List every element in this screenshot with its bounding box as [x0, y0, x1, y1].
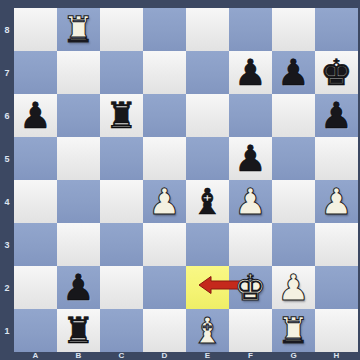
rank-label-8: 8	[0, 25, 14, 35]
square-f3[interactable]	[229, 223, 272, 266]
square-e4[interactable]: ♝	[186, 180, 229, 223]
rank-label-6: 6	[0, 111, 14, 121]
square-f7[interactable]: ♟	[229, 51, 272, 94]
square-b8[interactable]: ♜	[57, 8, 100, 51]
rank-label-7: 7	[0, 68, 14, 78]
square-a6[interactable]: ♟	[14, 94, 57, 137]
square-h8[interactable]	[315, 8, 358, 51]
square-c2[interactable]	[100, 266, 143, 309]
square-a8[interactable]	[14, 8, 57, 51]
square-d3[interactable]	[143, 223, 186, 266]
square-a5[interactable]	[14, 137, 57, 180]
square-c4[interactable]	[100, 180, 143, 223]
square-c7[interactable]	[100, 51, 143, 94]
file-label-b: B	[57, 351, 100, 360]
square-d6[interactable]	[143, 94, 186, 137]
square-a2[interactable]	[14, 266, 57, 309]
square-b1[interactable]: ♜	[57, 309, 100, 352]
square-a4[interactable]	[14, 180, 57, 223]
square-h4[interactable]: ♟	[315, 180, 358, 223]
square-b6[interactable]	[57, 94, 100, 137]
square-c8[interactable]	[100, 8, 143, 51]
square-d2[interactable]	[143, 266, 186, 309]
square-c3[interactable]	[100, 223, 143, 266]
square-g8[interactable]	[272, 8, 315, 51]
square-g5[interactable]	[272, 137, 315, 180]
square-c6[interactable]: ♜	[100, 94, 143, 137]
square-g1[interactable]: ♜	[272, 309, 315, 352]
piece-white-king[interactable]: ♚	[229, 266, 272, 309]
chessboard-widget: ♜♟♟♚♟♜♟♟♟♝♟♟♟♚♟♜♝♜ 87654321ABCDEFGH	[0, 0, 360, 360]
square-d5[interactable]	[143, 137, 186, 180]
square-h1[interactable]	[315, 309, 358, 352]
piece-black-pawn[interactable]: ♟	[272, 51, 315, 94]
piece-white-pawn[interactable]: ♟	[143, 180, 186, 223]
file-label-a: A	[14, 351, 57, 360]
file-label-e: E	[186, 351, 229, 360]
piece-black-rook[interactable]: ♜	[57, 309, 100, 352]
square-f4[interactable]: ♟	[229, 180, 272, 223]
square-g4[interactable]	[272, 180, 315, 223]
rank-label-5: 5	[0, 154, 14, 164]
piece-black-pawn[interactable]: ♟	[229, 51, 272, 94]
square-h3[interactable]	[315, 223, 358, 266]
piece-white-pawn[interactable]: ♟	[272, 266, 315, 309]
piece-white-rook[interactable]: ♜	[57, 8, 100, 51]
rank-label-3: 3	[0, 240, 14, 250]
file-label-d: D	[143, 351, 186, 360]
square-e2[interactable]	[186, 266, 229, 309]
square-f6[interactable]	[229, 94, 272, 137]
piece-black-king[interactable]: ♚	[315, 51, 358, 94]
piece-white-pawn[interactable]: ♟	[315, 180, 358, 223]
square-b5[interactable]	[57, 137, 100, 180]
piece-black-bishop[interactable]: ♝	[186, 180, 229, 223]
square-h5[interactable]	[315, 137, 358, 180]
piece-white-rook[interactable]: ♜	[272, 309, 315, 352]
square-e8[interactable]	[186, 8, 229, 51]
square-e7[interactable]	[186, 51, 229, 94]
square-f2[interactable]: ♚	[229, 266, 272, 309]
square-e5[interactable]	[186, 137, 229, 180]
piece-black-pawn[interactable]: ♟	[57, 266, 100, 309]
square-e6[interactable]	[186, 94, 229, 137]
square-g2[interactable]: ♟	[272, 266, 315, 309]
square-g3[interactable]	[272, 223, 315, 266]
square-a7[interactable]	[14, 51, 57, 94]
piece-black-pawn[interactable]: ♟	[315, 94, 358, 137]
square-b4[interactable]	[57, 180, 100, 223]
piece-white-pawn[interactable]: ♟	[229, 180, 272, 223]
square-d1[interactable]	[143, 309, 186, 352]
square-c1[interactable]	[100, 309, 143, 352]
square-g6[interactable]	[272, 94, 315, 137]
rank-label-1: 1	[0, 326, 14, 336]
piece-black-pawn[interactable]: ♟	[229, 137, 272, 180]
square-b3[interactable]	[57, 223, 100, 266]
square-d7[interactable]	[143, 51, 186, 94]
piece-black-rook[interactable]: ♜	[100, 94, 143, 137]
file-label-g: G	[272, 351, 315, 360]
file-label-f: F	[229, 351, 272, 360]
square-g7[interactable]: ♟	[272, 51, 315, 94]
square-f1[interactable]	[229, 309, 272, 352]
square-c5[interactable]	[100, 137, 143, 180]
square-f8[interactable]	[229, 8, 272, 51]
piece-white-bishop[interactable]: ♝	[186, 309, 229, 352]
square-d8[interactable]	[143, 8, 186, 51]
file-label-c: C	[100, 351, 143, 360]
square-d4[interactable]: ♟	[143, 180, 186, 223]
piece-black-pawn[interactable]: ♟	[14, 94, 57, 137]
square-b7[interactable]	[57, 51, 100, 94]
square-a3[interactable]	[14, 223, 57, 266]
square-a1[interactable]	[14, 309, 57, 352]
square-b2[interactable]: ♟	[57, 266, 100, 309]
square-f5[interactable]: ♟	[229, 137, 272, 180]
chess-board: ♜♟♟♚♟♜♟♟♟♝♟♟♟♚♟♜♝♜	[14, 8, 358, 352]
rank-label-2: 2	[0, 283, 14, 293]
square-h7[interactable]: ♚	[315, 51, 358, 94]
file-label-h: H	[315, 351, 358, 360]
rank-label-4: 4	[0, 197, 14, 207]
square-e1[interactable]: ♝	[186, 309, 229, 352]
square-e3[interactable]	[186, 223, 229, 266]
square-h2[interactable]	[315, 266, 358, 309]
square-h6[interactable]: ♟	[315, 94, 358, 137]
